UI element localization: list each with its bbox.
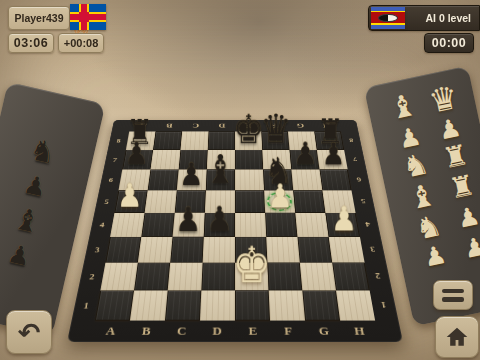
square-e7[interactable]: [235, 150, 263, 170]
board-wrapper: ABCDEFGH8♜♚♛♜87♟♟♟76♟♝♞65♟♟54♟♟♟4332♚211…: [67, 0, 403, 342]
square-c3[interactable]: [170, 237, 204, 263]
square-g5[interactable]: [293, 190, 325, 212]
white-king-e2[interactable]: ♚: [233, 240, 272, 289]
black-pawn-c6[interactable]: ♟: [179, 158, 204, 190]
flag-cross-center: [79, 12, 88, 21]
square-f1[interactable]: [269, 290, 305, 320]
square-a7[interactable]: ♟: [122, 150, 153, 170]
square-e6[interactable]: [235, 169, 264, 190]
square-h7[interactable]: ♟: [317, 150, 348, 170]
square-g6[interactable]: [291, 169, 322, 190]
black-pawn-d4[interactable]: ♟: [206, 202, 232, 236]
square-d4[interactable]: ♟: [204, 213, 235, 237]
square-g1[interactable]: [302, 290, 340, 320]
coord-right-4: 4: [356, 213, 381, 237]
captured-black-pawn: ♟: [22, 171, 49, 200]
square-b7[interactable]: [150, 150, 180, 170]
square-b5[interactable]: [145, 190, 177, 212]
coord-right-6: 6: [348, 169, 371, 190]
square-d6[interactable]: ♝: [206, 169, 235, 190]
square-b4[interactable]: [141, 213, 174, 237]
captured-black-bishop: ♝: [11, 203, 44, 238]
coord-right-2: 2: [365, 263, 392, 291]
white-move-timer: +00:08: [58, 33, 104, 53]
square-e4[interactable]: [235, 213, 266, 237]
square-e1[interactable]: [235, 290, 270, 320]
square-a4[interactable]: [110, 213, 144, 237]
undo-button[interactable]: ↶: [6, 310, 52, 354]
white-pawn-h4[interactable]: ♟: [331, 202, 357, 236]
coord-bottom-c: C: [163, 321, 200, 342]
black-pawn-c4[interactable]: ♟: [175, 202, 201, 236]
coord-top-b: B: [156, 120, 184, 132]
square-g2[interactable]: [300, 263, 336, 291]
menu-button[interactable]: [433, 280, 473, 310]
captured-white-pawn: ♟: [455, 203, 480, 236]
square-e8[interactable]: ♚: [235, 131, 262, 149]
square-b8[interactable]: [153, 131, 182, 149]
board-frame-corner: [375, 321, 403, 342]
black-pawn-g7[interactable]: ♟: [293, 138, 317, 169]
home-icon: [444, 324, 470, 350]
square-g3[interactable]: [297, 237, 332, 263]
coord-bottom-a: A: [91, 321, 130, 342]
square-a3[interactable]: [105, 237, 141, 263]
white-pawn-a5[interactable]: ♟: [117, 179, 142, 212]
coord-bottom-b: B: [127, 321, 165, 342]
coord-right-3: 3: [360, 237, 386, 263]
game-background: Player439 03:06 移动 +00:08 AI 0 level 00:…: [0, 0, 480, 360]
square-d2[interactable]: [201, 263, 235, 291]
square-a1[interactable]: [95, 290, 134, 320]
captured-black-knight: ♞: [27, 135, 59, 169]
undo-icon: ↶: [18, 317, 41, 348]
square-d3[interactable]: [203, 237, 235, 263]
black-pawn-a7[interactable]: ♟: [125, 138, 149, 169]
coord-bottom-f: F: [270, 321, 307, 342]
square-c6[interactable]: ♟: [177, 169, 207, 190]
square-a5[interactable]: ♟: [114, 190, 147, 212]
black-player-flag-icon: [371, 7, 405, 29]
black-queen-f8[interactable]: ♛: [260, 109, 291, 149]
square-f3[interactable]: [266, 237, 300, 263]
square-e5[interactable]: [235, 190, 265, 212]
coord-bottom-h: H: [340, 321, 379, 342]
white-clock: 03:06: [8, 33, 54, 53]
square-f2[interactable]: [267, 263, 302, 291]
square-c4[interactable]: ♟: [173, 213, 205, 237]
square-d1[interactable]: [200, 290, 235, 320]
square-h1[interactable]: [336, 290, 375, 320]
captured-white-pawn: ♟: [421, 242, 448, 271]
menu-icon: [442, 297, 464, 302]
square-b1[interactable]: [130, 290, 168, 320]
white-player-flag-icon: [70, 4, 106, 30]
square-c1[interactable]: [165, 290, 201, 320]
square-h2[interactable]: [332, 263, 369, 291]
black-pawn-h7[interactable]: ♟: [322, 138, 346, 169]
square-g4[interactable]: [295, 213, 328, 237]
square-a2[interactable]: [100, 263, 137, 291]
black-bishop-d6[interactable]: ♝: [205, 150, 235, 189]
chess-board[interactable]: ABCDEFGH8♜♚♛♜87♟♟♟76♟♝♞65♟♟54♟♟♟4332♚211…: [67, 120, 403, 342]
black-clock: 00:00: [424, 33, 474, 53]
menu-icon: [442, 289, 464, 294]
coord-right-1: 1: [370, 290, 399, 320]
flag-shield: [378, 14, 397, 23]
square-b2[interactable]: [134, 263, 170, 291]
square-b3[interactable]: [138, 237, 173, 263]
square-h6[interactable]: [320, 169, 352, 190]
square-f5[interactable]: ♟: [264, 190, 295, 212]
captured-black-pawn: ♟: [6, 241, 33, 270]
coord-right-7: 7: [344, 150, 366, 170]
square-b6[interactable]: [148, 169, 179, 190]
coord-bottom-d: D: [199, 321, 235, 342]
coord-left-1: 1: [72, 290, 101, 320]
square-c2[interactable]: [168, 263, 203, 291]
square-f4[interactable]: [265, 213, 297, 237]
coord-bottom-e: E: [235, 321, 271, 342]
square-g7[interactable]: ♟: [290, 150, 320, 170]
square-e2[interactable]: ♚: [235, 263, 269, 291]
home-button[interactable]: [435, 316, 479, 358]
square-h3[interactable]: [329, 237, 365, 263]
square-h4[interactable]: ♟: [325, 213, 359, 237]
white-pawn-f5[interactable]: ♟: [267, 179, 292, 212]
square-f8[interactable]: ♛: [261, 131, 289, 149]
black-king-e8[interactable]: ♚: [233, 109, 264, 149]
captured-white-pawn: ♟: [461, 233, 480, 262]
coord-top-c: C: [182, 120, 209, 132]
coord-bottom-g: G: [305, 321, 343, 342]
coord-top-d: D: [209, 120, 235, 132]
